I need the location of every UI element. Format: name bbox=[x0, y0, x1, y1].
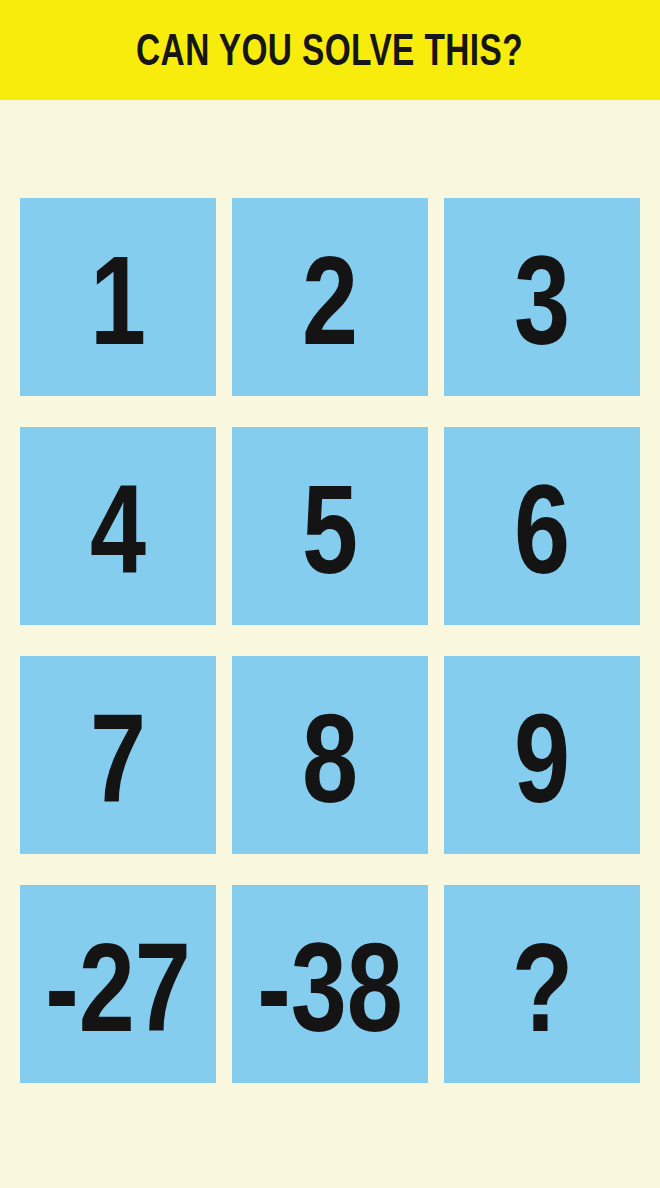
cell-value: 1 bbox=[90, 238, 146, 364]
cell-value: 5 bbox=[302, 467, 358, 593]
cell-value: 6 bbox=[514, 467, 570, 593]
cell-value: 7 bbox=[90, 696, 146, 822]
cell-value: ? bbox=[511, 925, 573, 1051]
title-banner: CAN YOU SOLVE THIS? bbox=[0, 0, 660, 100]
grid-cell: 1 bbox=[20, 198, 216, 396]
cell-value: 9 bbox=[514, 696, 570, 822]
puzzle-grid: 123456789-27-38? bbox=[0, 198, 660, 1083]
cell-value: 2 bbox=[302, 238, 358, 364]
cell-value: 4 bbox=[90, 467, 146, 593]
grid-cell: 2 bbox=[232, 198, 428, 396]
cell-value: -38 bbox=[257, 925, 403, 1051]
grid-cell: 6 bbox=[444, 427, 640, 625]
cell-value: 8 bbox=[302, 696, 358, 822]
cell-value: 3 bbox=[514, 238, 570, 364]
page-title: CAN YOU SOLVE THIS? bbox=[137, 28, 524, 72]
grid-cell: 9 bbox=[444, 656, 640, 854]
grid-cell: ? bbox=[444, 885, 640, 1083]
grid-cell: 3 bbox=[444, 198, 640, 396]
grid-cell: 4 bbox=[20, 427, 216, 625]
grid-cell: -38 bbox=[232, 885, 428, 1083]
grid-cell: 5 bbox=[232, 427, 428, 625]
grid-cell: 8 bbox=[232, 656, 428, 854]
grid-cell: 7 bbox=[20, 656, 216, 854]
grid-cell: -27 bbox=[20, 885, 216, 1083]
cell-value: -27 bbox=[45, 925, 191, 1051]
